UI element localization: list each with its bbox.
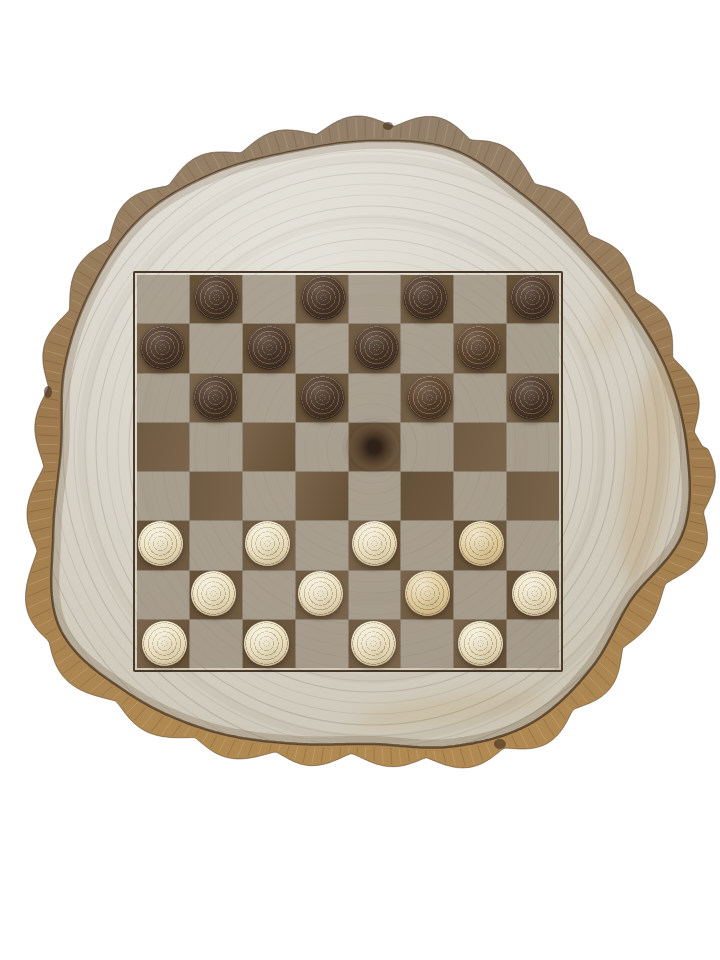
board-square[interactable] [349, 521, 401, 569]
board-square[interactable] [349, 374, 401, 422]
board-square[interactable] [137, 374, 189, 422]
checker-dark-piece[interactable] [403, 275, 448, 320]
checker-light-piece[interactable] [512, 571, 557, 616]
board-square[interactable] [190, 423, 242, 471]
board-square[interactable] [401, 423, 453, 471]
board-square[interactable] [190, 571, 242, 619]
board-square[interactable] [296, 374, 348, 422]
board-square[interactable] [296, 571, 348, 619]
board-square[interactable] [454, 472, 506, 520]
board-square[interactable] [137, 620, 189, 668]
board-square[interactable] [137, 571, 189, 619]
board-square[interactable] [507, 324, 559, 372]
board-square[interactable] [190, 620, 242, 668]
board-square[interactable] [454, 620, 506, 668]
board-square[interactable] [190, 472, 242, 520]
board-square[interactable] [401, 620, 453, 668]
board-square[interactable] [507, 374, 559, 422]
photo-scene [0, 0, 720, 960]
checker-light-piece[interactable] [138, 521, 183, 566]
board-square[interactable] [401, 324, 453, 372]
checker-dark-piece[interactable] [247, 325, 292, 370]
board-square[interactable] [401, 374, 453, 422]
checker-light-piece[interactable] [245, 521, 290, 566]
board-square[interactable] [401, 275, 453, 323]
board-square[interactable] [454, 423, 506, 471]
board-square[interactable] [507, 423, 559, 471]
board-square[interactable] [401, 571, 453, 619]
board-square[interactable] [243, 472, 295, 520]
board-square[interactable] [296, 324, 348, 372]
checker-dark-piece[interactable] [456, 325, 501, 370]
board-square[interactable] [349, 620, 401, 668]
checker-light-piece[interactable] [142, 621, 187, 666]
board-square[interactable] [401, 521, 453, 569]
board-square[interactable] [137, 521, 189, 569]
checker-light-piece[interactable] [191, 571, 236, 616]
board-square[interactable] [190, 324, 242, 372]
board-square[interactable] [243, 374, 295, 422]
board-square[interactable] [190, 521, 242, 569]
checker-dark-piece[interactable] [354, 325, 399, 370]
board-square[interactable] [507, 571, 559, 619]
checkers-board [133, 271, 563, 672]
board-square[interactable] [454, 324, 506, 372]
checker-dark-piece[interactable] [407, 375, 452, 420]
checker-light-piece[interactable] [351, 621, 396, 666]
checker-dark-piece[interactable] [194, 275, 239, 320]
checker-light-piece[interactable] [352, 521, 397, 566]
board-square[interactable] [243, 521, 295, 569]
board-square[interactable] [243, 275, 295, 323]
board-square[interactable] [137, 275, 189, 323]
board-square[interactable] [296, 472, 348, 520]
checker-dark-piece[interactable] [509, 375, 554, 420]
board-square[interactable] [190, 275, 242, 323]
board-square[interactable] [349, 571, 401, 619]
board-square[interactable] [454, 275, 506, 323]
board-square[interactable] [296, 275, 348, 323]
wood-knot [349, 424, 399, 470]
board-square[interactable] [137, 324, 189, 372]
board-square[interactable] [507, 620, 559, 668]
checker-light-piece[interactable] [244, 621, 289, 666]
board-square[interactable] [349, 472, 401, 520]
board-square[interactable] [137, 472, 189, 520]
board-square[interactable] [243, 620, 295, 668]
checker-dark-piece[interactable] [510, 275, 555, 320]
checker-dark-piece[interactable] [301, 275, 346, 320]
board-square[interactable] [296, 620, 348, 668]
checker-light-piece[interactable] [298, 571, 343, 616]
board-square[interactable] [401, 472, 453, 520]
checker-light-piece[interactable] [405, 571, 450, 616]
board-square[interactable] [243, 423, 295, 471]
board-square[interactable] [190, 374, 242, 422]
checker-light-piece[interactable] [458, 621, 503, 666]
board-square[interactable] [243, 324, 295, 372]
board-grid [137, 275, 559, 668]
board-square[interactable] [296, 423, 348, 471]
checker-dark-piece[interactable] [193, 375, 238, 420]
board-square[interactable] [507, 521, 559, 569]
board-square[interactable] [243, 571, 295, 619]
board-square[interactable] [349, 275, 401, 323]
board-square[interactable] [507, 472, 559, 520]
board-square[interactable] [296, 521, 348, 569]
checker-light-piece[interactable] [459, 521, 504, 566]
board-square[interactable] [454, 571, 506, 619]
board-square[interactable] [137, 423, 189, 471]
board-square[interactable] [349, 423, 401, 471]
board-square[interactable] [349, 324, 401, 372]
board-square[interactable] [507, 275, 559, 323]
board-square[interactable] [454, 521, 506, 569]
board-square[interactable] [454, 374, 506, 422]
checker-dark-piece[interactable] [140, 325, 185, 370]
checker-dark-piece[interactable] [300, 375, 345, 420]
